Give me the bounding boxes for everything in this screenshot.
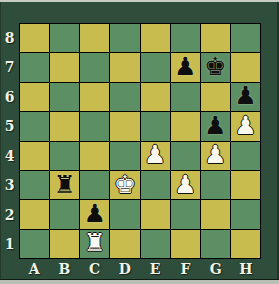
white-king-d3: ♚ [114, 172, 136, 197]
square-g6[interactable] [201, 83, 230, 111]
square-d6[interactable] [110, 83, 139, 111]
square-a3[interactable] [20, 171, 49, 199]
square-a2[interactable] [20, 200, 49, 228]
black-pawn-g5: ♟ [204, 113, 226, 138]
square-b2[interactable] [50, 200, 79, 228]
square-d2[interactable] [110, 200, 139, 228]
square-h3[interactable] [231, 171, 260, 199]
square-e6[interactable] [141, 83, 170, 111]
rank-label-6: 6 [0, 82, 19, 112]
square-c4[interactable] [80, 142, 109, 170]
square-f2[interactable] [171, 200, 200, 228]
file-label-a: A [19, 259, 49, 278]
square-h1[interactable] [231, 230, 260, 258]
file-label-d: D [110, 259, 140, 278]
square-e4[interactable]: ♟ [141, 142, 170, 170]
file-label-e: E [140, 259, 170, 278]
black-king-g7: ♚ [204, 54, 226, 79]
square-f4[interactable] [171, 142, 200, 170]
chess-board: ♟♚♟♟♟♟♟♜♚♟♟♜ [19, 23, 261, 259]
square-e1[interactable] [141, 230, 170, 258]
rank-label-2: 2 [0, 200, 19, 230]
window-top-edge [0, 0, 279, 2]
square-e8[interactable] [141, 24, 170, 52]
square-c2[interactable]: ♟ [80, 200, 109, 228]
square-h2[interactable] [231, 200, 260, 228]
square-a4[interactable] [20, 142, 49, 170]
white-pawn-g4: ♟ [204, 142, 226, 167]
square-d7[interactable] [110, 53, 139, 81]
chess-board-window: 87654321 ♟♚♟♟♟♟♟♜♚♟♟♜ ABCDEFGH [0, 0, 279, 284]
square-f6[interactable] [171, 83, 200, 111]
white-pawn-e4: ♟ [144, 142, 166, 167]
white-rook-c1: ♜ [84, 230, 106, 255]
square-c7[interactable] [80, 53, 109, 81]
rank-label-1: 1 [0, 230, 19, 260]
square-g4[interactable]: ♟ [201, 142, 230, 170]
square-b6[interactable] [50, 83, 79, 111]
square-f3[interactable]: ♟ [171, 171, 200, 199]
rank-label-5: 5 [0, 112, 19, 142]
file-label-g: G [201, 259, 231, 278]
square-c5[interactable] [80, 112, 109, 140]
file-label-b: B [49, 259, 79, 278]
square-d1[interactable] [110, 230, 139, 258]
rank-label-3: 3 [0, 171, 19, 201]
square-g8[interactable] [201, 24, 230, 52]
square-a7[interactable] [20, 53, 49, 81]
square-h4[interactable] [231, 142, 260, 170]
square-a6[interactable] [20, 83, 49, 111]
file-label-c: C [80, 259, 110, 278]
square-b8[interactable] [50, 24, 79, 52]
square-e3[interactable] [141, 171, 170, 199]
file-label-f: F [170, 259, 200, 278]
square-c1[interactable]: ♜ [80, 230, 109, 258]
rank-label-4: 4 [0, 141, 19, 171]
window-right-edge [277, 2, 279, 280]
square-d8[interactable] [110, 24, 139, 52]
file-labels: ABCDEFGH [19, 259, 261, 278]
square-h8[interactable] [231, 24, 260, 52]
square-d4[interactable] [110, 142, 139, 170]
square-d5[interactable] [110, 112, 139, 140]
square-g5[interactable]: ♟ [201, 112, 230, 140]
square-b1[interactable] [50, 230, 79, 258]
square-e7[interactable] [141, 53, 170, 81]
square-f5[interactable] [171, 112, 200, 140]
square-d3[interactable]: ♚ [110, 171, 139, 199]
rank-label-8: 8 [0, 23, 19, 53]
square-g7[interactable]: ♚ [201, 53, 230, 81]
square-h5[interactable]: ♟ [231, 112, 260, 140]
square-h7[interactable] [231, 53, 260, 81]
rank-labels: 87654321 [0, 23, 19, 259]
square-a1[interactable] [20, 230, 49, 258]
square-c6[interactable] [80, 83, 109, 111]
square-b4[interactable] [50, 142, 79, 170]
square-c8[interactable] [80, 24, 109, 52]
square-f1[interactable] [171, 230, 200, 258]
black-pawn-f7: ♟ [174, 54, 196, 79]
white-pawn-h5: ♟ [234, 113, 256, 138]
square-b3[interactable]: ♜ [50, 171, 79, 199]
square-e5[interactable] [141, 112, 170, 140]
square-g1[interactable] [201, 230, 230, 258]
square-h6[interactable]: ♟ [231, 83, 260, 111]
square-c3[interactable] [80, 171, 109, 199]
square-f8[interactable] [171, 24, 200, 52]
window-bottom-strip [0, 280, 279, 284]
square-f7[interactable]: ♟ [171, 53, 200, 81]
square-g2[interactable] [201, 200, 230, 228]
rank-label-7: 7 [0, 53, 19, 83]
file-label-h: H [231, 259, 261, 278]
black-rook-b3: ♜ [53, 172, 75, 197]
square-a8[interactable] [20, 24, 49, 52]
square-b7[interactable] [50, 53, 79, 81]
black-pawn-c2: ♟ [84, 201, 106, 226]
square-e2[interactable] [141, 200, 170, 228]
white-pawn-f3: ♟ [174, 172, 196, 197]
square-b5[interactable] [50, 112, 79, 140]
square-g3[interactable] [201, 171, 230, 199]
square-a5[interactable] [20, 112, 49, 140]
black-pawn-h6: ♟ [234, 83, 256, 108]
